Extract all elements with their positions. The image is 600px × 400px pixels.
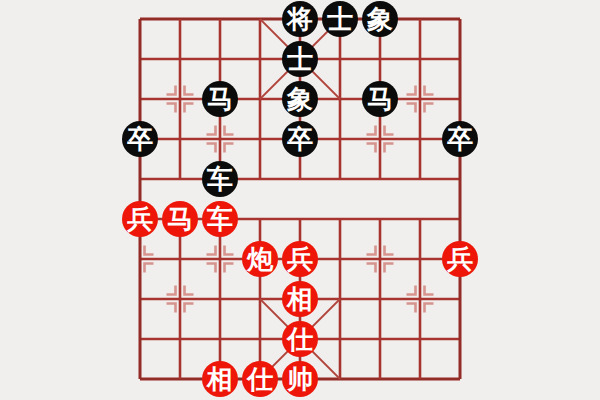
piece-red-chariot[interactable]: 车	[202, 201, 238, 237]
piece-black-advisor[interactable]: 士	[322, 1, 358, 37]
piece-black-elephant[interactable]: 象	[282, 81, 318, 117]
piece-black-chariot[interactable]: 车	[202, 161, 238, 197]
piece-black-soldier[interactable]: 卒	[442, 121, 478, 157]
piece-black-elephant[interactable]: 象	[362, 1, 398, 37]
xiangqi-app: 将士象士马象马卒卒卒车兵马车炮兵兵相仕相仕帅	[0, 0, 600, 400]
piece-red-soldier[interactable]: 兵	[282, 241, 318, 277]
piece-black-soldier[interactable]: 卒	[282, 121, 318, 157]
piece-black-advisor[interactable]: 士	[282, 41, 318, 77]
piece-red-general[interactable]: 帅	[282, 361, 318, 397]
piece-black-soldier[interactable]: 卒	[122, 121, 158, 157]
piece-red-cannon[interactable]: 炮	[242, 241, 278, 277]
piece-red-elephant[interactable]: 相	[282, 281, 318, 317]
piece-black-general[interactable]: 将	[282, 1, 318, 37]
piece-black-horse[interactable]: 马	[202, 81, 238, 117]
piece-red-advisor[interactable]: 仕	[242, 361, 278, 397]
piece-red-elephant[interactable]: 相	[202, 361, 238, 397]
piece-red-soldier[interactable]: 兵	[442, 241, 478, 277]
piece-black-horse[interactable]: 马	[362, 81, 398, 117]
piece-red-horse[interactable]: 马	[162, 201, 198, 237]
piece-red-soldier[interactable]: 兵	[122, 201, 158, 237]
piece-red-advisor[interactable]: 仕	[282, 321, 318, 357]
